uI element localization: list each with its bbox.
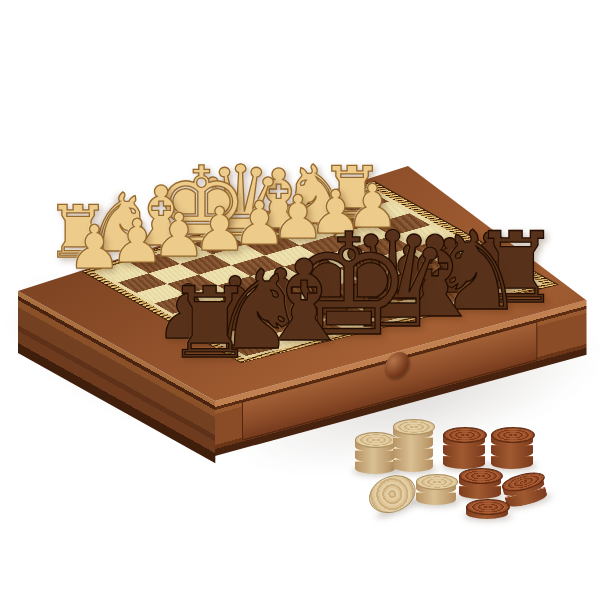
checker-disc-top [459,468,503,484]
checker-stack-dark-9 [466,499,508,517]
checker-disc-top [355,432,397,448]
product-photo-scene: ♜♞♝♛♚♝♞♜♟♟♟♟♟♟♟♟♟♟♟♟♟♟♟♟♜♞♝♛♚♝♞♜ [0,0,600,600]
checker-stack-light-1 [355,432,395,472]
checker-stack-light-2 [393,419,433,470]
checker-stack-dark-6 [491,427,533,467]
checker-stack-dark-7 [459,468,501,497]
checker-stack-dark-5 [443,427,485,467]
checker-stack-light-4 [416,474,456,503]
checker-disc-top [416,474,458,490]
checker-stack-light-3 [372,485,416,517]
checker-disc-top [466,499,510,515]
piece-white-rook-h1: ♜ [42,196,114,268]
checker-disc-top [393,419,435,435]
checker-disc-face [363,468,421,519]
checker-disc-top [443,427,487,443]
checker-disc-top [491,427,535,443]
